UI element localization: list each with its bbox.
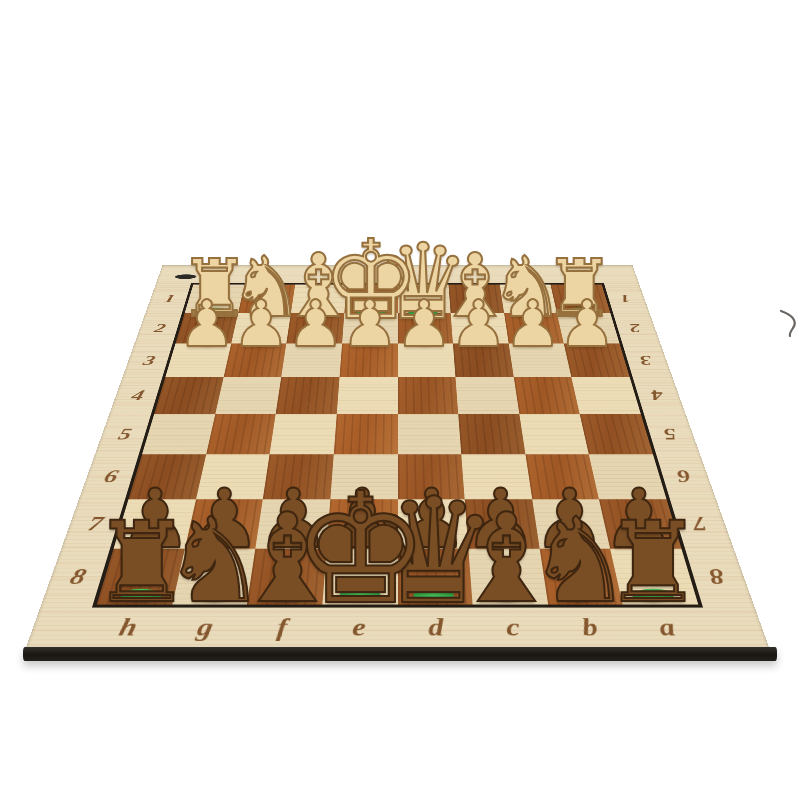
square-d5[interactable]: [397, 414, 461, 454]
rank-label-right-6: 6: [674, 468, 693, 486]
square-g3[interactable]: [223, 344, 286, 378]
square-b6[interactable]: [525, 454, 599, 499]
square-e7[interactable]: [326, 499, 397, 549]
square-d2[interactable]: [397, 313, 453, 344]
square-g1[interactable]: [237, 285, 294, 313]
square-h7[interactable]: [113, 499, 195, 549]
square-f6[interactable]: [262, 454, 333, 499]
square-b3[interactable]: [508, 344, 571, 378]
square-c3[interactable]: [453, 344, 514, 378]
square-f7[interactable]: [255, 499, 330, 549]
rank-label-right-5: 5: [661, 426, 679, 442]
chessboard: 1234567812345678hgfedcba: [25, 265, 770, 650]
square-a4[interactable]: [571, 377, 640, 414]
square-e6[interactable]: [330, 454, 397, 499]
square-a6[interactable]: [589, 454, 666, 499]
square-c5[interactable]: [458, 414, 525, 454]
square-a3[interactable]: [564, 344, 630, 378]
square-e1[interactable]: [344, 285, 397, 313]
square-b2[interactable]: [503, 313, 563, 344]
rank-label-left-2: 2: [152, 322, 167, 334]
file-label-d: d: [427, 615, 443, 639]
square-c2[interactable]: [450, 313, 508, 344]
rank-label-left-7: 7: [85, 514, 105, 534]
square-b5[interactable]: [519, 414, 589, 454]
square-e3[interactable]: [339, 344, 397, 378]
square-h5[interactable]: [141, 414, 214, 454]
file-label-e: e: [351, 615, 365, 639]
rank-label-right-2: 2: [627, 322, 642, 334]
square-e5[interactable]: [333, 414, 397, 454]
square-a1[interactable]: [550, 285, 610, 313]
square-b1[interactable]: [499, 285, 556, 313]
rank-label-right-4: 4: [648, 388, 664, 402]
square-g8[interactable]: [171, 549, 255, 605]
rank-label-right-1: 1: [618, 293, 632, 304]
rank-label-left-1: 1: [162, 293, 176, 304]
square-d3[interactable]: [397, 344, 455, 378]
square-d1[interactable]: [397, 285, 450, 313]
square-c8[interactable]: [468, 549, 547, 605]
square-b7[interactable]: [532, 499, 611, 549]
square-e4[interactable]: [336, 377, 397, 414]
square-f5[interactable]: [269, 414, 336, 454]
square-d7[interactable]: [397, 499, 468, 549]
square-g5[interactable]: [205, 414, 275, 454]
file-label-a: a: [655, 615, 677, 639]
square-d8[interactable]: [397, 549, 472, 605]
square-f8[interactable]: [247, 549, 326, 605]
square-h4[interactable]: [154, 377, 223, 414]
rank-label-left-6: 6: [101, 468, 120, 486]
rank-label-left-3: 3: [141, 353, 157, 366]
board-side-edge: [23, 647, 777, 661]
rank-label-left-5: 5: [116, 426, 134, 442]
rank-label-right-3: 3: [637, 353, 653, 366]
square-h2[interactable]: [175, 313, 237, 344]
square-h6[interactable]: [128, 454, 205, 499]
square-h3[interactable]: [165, 344, 231, 378]
square-g7[interactable]: [184, 499, 263, 549]
square-a7[interactable]: [599, 499, 681, 549]
square-e8[interactable]: [322, 549, 397, 605]
rank-label-right-8: 8: [705, 565, 727, 587]
square-c7[interactable]: [464, 499, 539, 549]
rank-label-left-8: 8: [67, 565, 89, 587]
stray-mark: [779, 308, 800, 338]
square-f1[interactable]: [291, 285, 346, 313]
square-d6[interactable]: [397, 454, 464, 499]
product-photo-scene: 1234567812345678hgfedcba ♜♞♝♛♚♝♞♜♟♟♟♟♟♟♟…: [0, 0, 800, 800]
rank-label-left-4: 4: [129, 388, 145, 402]
square-d4[interactable]: [397, 377, 458, 414]
square-c6[interactable]: [461, 454, 532, 499]
file-label-b: b: [579, 615, 599, 639]
rank-label-right-7: 7: [689, 514, 709, 534]
square-c1[interactable]: [448, 285, 503, 313]
square-b4[interactable]: [513, 377, 579, 414]
square-g4[interactable]: [215, 377, 281, 414]
square-g6[interactable]: [195, 454, 269, 499]
brand-logo-oval-icon: [174, 274, 197, 279]
square-g2[interactable]: [230, 313, 290, 344]
square-a2[interactable]: [557, 313, 619, 344]
squares-grid: [96, 285, 698, 605]
file-label-c: c: [504, 615, 520, 639]
square-f4[interactable]: [275, 377, 339, 414]
square-f2[interactable]: [286, 313, 344, 344]
file-label-f: f: [275, 615, 288, 639]
square-b8[interactable]: [539, 549, 623, 605]
square-c4[interactable]: [455, 377, 519, 414]
file-label-g: g: [195, 615, 215, 639]
square-e2[interactable]: [341, 313, 397, 344]
square-a5[interactable]: [579, 414, 652, 454]
square-h1[interactable]: [184, 285, 244, 313]
file-label-h: h: [116, 615, 139, 639]
square-f3[interactable]: [281, 344, 342, 378]
